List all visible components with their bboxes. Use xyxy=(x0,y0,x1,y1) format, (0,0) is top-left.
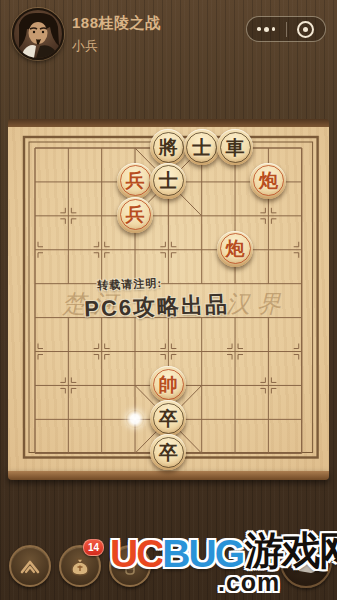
pc6-watermark: 转载请注明: PC6攻略出品 xyxy=(83,273,229,324)
horse-avatar-button[interactable] xyxy=(280,536,332,588)
piece-red-炮[interactable]: 炮 xyxy=(217,231,253,267)
piece-char: 兵 xyxy=(126,171,145,190)
pc6-watermark-line2: PC6攻略出品 xyxy=(84,289,230,324)
piece-char: 卒 xyxy=(159,409,178,428)
river-text-right: 汉界 xyxy=(226,288,288,320)
piece-char: 將 xyxy=(159,138,178,157)
money-bag-icon xyxy=(67,553,93,579)
piece-char: 士 xyxy=(192,138,211,157)
tip-count-badge: 14 xyxy=(83,539,104,556)
obscured-button[interactable] xyxy=(109,545,151,587)
scroll-icon xyxy=(118,554,142,578)
piece-char: 帥 xyxy=(159,375,178,394)
app-screen: 188桂陵之战 小兵 楚河 汉界 將士車兵士炮兵炮帥卒卒 转载请注明: PC6攻… xyxy=(0,0,337,600)
piece-black-士[interactable]: 士 xyxy=(184,129,220,165)
piece-red-兵[interactable]: 兵 xyxy=(117,163,153,199)
piece-char: 士 xyxy=(159,171,178,190)
piece-char: 炮 xyxy=(226,239,245,258)
horse-icon xyxy=(289,545,323,579)
chevron-up-icon xyxy=(18,554,42,578)
piece-red-兵[interactable]: 兵 xyxy=(117,197,153,233)
piece-char: 兵 xyxy=(126,205,145,224)
piece-char: 炮 xyxy=(259,171,278,190)
piece-black-車[interactable]: 車 xyxy=(217,129,253,165)
piece-char: 卒 xyxy=(159,443,178,462)
expand-button[interactable] xyxy=(9,545,51,587)
piece-char: 車 xyxy=(226,138,245,157)
